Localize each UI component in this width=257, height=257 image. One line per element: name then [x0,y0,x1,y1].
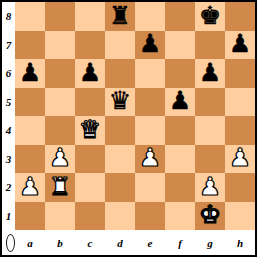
piece-black-pawn[interactable]: ♟ [19,60,41,85]
piece-black-pawn[interactable]: ♟ [199,60,221,85]
file-label-f: f [165,230,195,255]
square-e5[interactable] [135,88,165,117]
square-a6[interactable]: ♟ [15,59,45,88]
square-a3[interactable] [15,145,45,174]
square-f2[interactable] [165,173,195,202]
rank-label-8: 8 [2,2,15,31]
square-g7[interactable] [195,31,225,60]
file-label-h: h [225,230,255,255]
square-f7[interactable] [165,31,195,60]
piece-black-king[interactable]: ♚ [199,3,221,28]
piece-black-pawn[interactable]: ♟ [79,60,101,85]
square-a2[interactable]: ♟ [15,173,45,202]
square-d8[interactable]: ♜ [105,2,135,31]
square-d7[interactable] [105,31,135,60]
square-a1[interactable] [15,202,45,231]
white-to-move-circle-icon [6,234,15,252]
file-label-e: e [135,230,165,255]
square-e6[interactable] [135,59,165,88]
square-c6[interactable]: ♟ [75,59,105,88]
rank-label-4: 4 [2,116,15,145]
square-b4[interactable] [45,116,75,145]
square-g5[interactable] [195,88,225,117]
file-label-g: g [195,230,225,255]
square-g2[interactable]: ♟ [195,173,225,202]
square-a8[interactable] [15,2,45,31]
rank-label-6: 6 [2,59,15,88]
square-b7[interactable] [45,31,75,60]
square-d1[interactable] [105,202,135,231]
square-h8[interactable] [225,2,255,31]
rank-label-2: 2 [2,173,15,202]
rank-label-5: 5 [2,88,15,117]
square-b2[interactable]: ♜ [45,173,75,202]
square-c8[interactable] [75,2,105,31]
rank-label-1: 1 [2,202,15,231]
square-h5[interactable] [225,88,255,117]
file-label-b: b [45,230,75,255]
piece-white-pawn[interactable]: ♟ [199,174,221,199]
square-b8[interactable] [45,2,75,31]
square-f6[interactable] [165,59,195,88]
rank-label-7: 7 [2,31,15,60]
square-f1[interactable] [165,202,195,231]
square-h4[interactable] [225,116,255,145]
piece-black-rook[interactable]: ♜ [109,3,131,28]
square-g4[interactable] [195,116,225,145]
square-e8[interactable] [135,2,165,31]
square-h3[interactable]: ♟ [225,145,255,174]
square-b1[interactable] [45,202,75,231]
square-a7[interactable] [15,31,45,60]
piece-black-pawn[interactable]: ♟ [229,31,251,56]
square-g6[interactable]: ♟ [195,59,225,88]
square-b6[interactable] [45,59,75,88]
piece-white-rook[interactable]: ♜ [49,174,71,199]
piece-white-queen[interactable]: ♛ [79,117,101,142]
square-e4[interactable] [135,116,165,145]
square-g3[interactable] [195,145,225,174]
square-h2[interactable] [225,173,255,202]
square-e1[interactable] [135,202,165,231]
square-c3[interactable] [75,145,105,174]
turn-indicator-cell [2,230,15,255]
square-e3[interactable]: ♟ [135,145,165,174]
piece-white-pawn[interactable]: ♟ [229,145,251,170]
square-a5[interactable] [15,88,45,117]
file-label-a: a [15,230,45,255]
chess-diagram: 8♜♚7♟♟6♟♟♟5♛♟4♛3♟♟♟2♟♜♟1♚abcdefgh [0,0,257,257]
piece-white-pawn[interactable]: ♟ [19,174,41,199]
square-a4[interactable] [15,116,45,145]
piece-black-pawn[interactable]: ♟ [139,31,161,56]
rank-label-3: 3 [2,145,15,174]
piece-white-king[interactable]: ♚ [199,202,221,227]
chess-board: 8♜♚7♟♟6♟♟♟5♛♟4♛3♟♟♟2♟♜♟1♚abcdefgh [2,2,255,255]
piece-white-pawn[interactable]: ♟ [139,145,161,170]
square-g1[interactable]: ♚ [195,202,225,231]
piece-white-pawn[interactable]: ♟ [49,145,71,170]
square-c5[interactable] [75,88,105,117]
file-label-c: c [75,230,105,255]
square-c7[interactable] [75,31,105,60]
square-h7[interactable]: ♟ [225,31,255,60]
square-c1[interactable] [75,202,105,231]
square-d6[interactable] [105,59,135,88]
square-d4[interactable] [105,116,135,145]
square-c2[interactable] [75,173,105,202]
square-g8[interactable]: ♚ [195,2,225,31]
square-f4[interactable] [165,116,195,145]
square-b5[interactable] [45,88,75,117]
square-d5[interactable]: ♛ [105,88,135,117]
square-b3[interactable]: ♟ [45,145,75,174]
square-f3[interactable] [165,145,195,174]
square-d3[interactable] [105,145,135,174]
file-label-d: d [105,230,135,255]
square-d2[interactable] [105,173,135,202]
square-f5[interactable]: ♟ [165,88,195,117]
square-h6[interactable] [225,59,255,88]
square-e7[interactable]: ♟ [135,31,165,60]
piece-black-queen[interactable]: ♛ [109,88,131,113]
square-f8[interactable] [165,2,195,31]
piece-black-pawn[interactable]: ♟ [169,88,191,113]
square-h1[interactable] [225,202,255,231]
square-c4[interactable]: ♛ [75,116,105,145]
square-e2[interactable] [135,173,165,202]
